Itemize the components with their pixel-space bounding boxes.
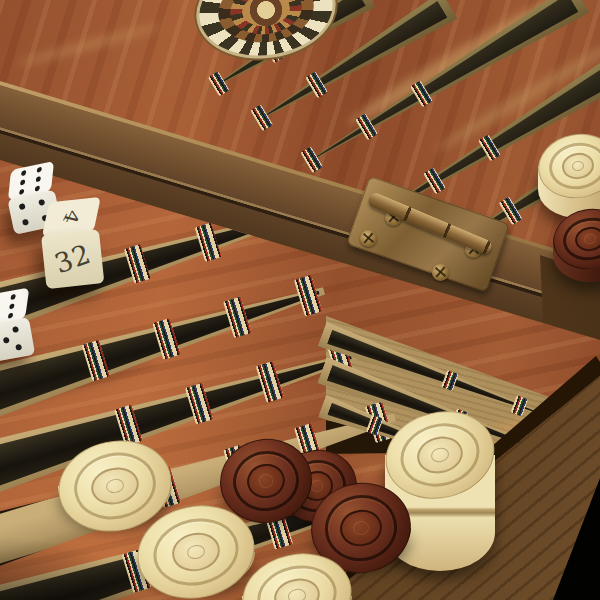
doubling-cube[interactable]: 432	[38, 197, 109, 289]
die-2[interactable]	[0, 288, 40, 366]
die-pip	[8, 312, 14, 318]
backgammon-photo: 432	[0, 0, 600, 600]
cube-front-face: 32	[41, 229, 104, 288]
die-pip	[19, 189, 24, 195]
die-pip	[15, 344, 22, 351]
die-front-face	[0, 317, 35, 363]
die-pip	[12, 326, 19, 333]
die-pip	[20, 179, 25, 185]
die-pip	[34, 185, 39, 191]
die-pip	[19, 203, 26, 210]
die-pip	[3, 337, 10, 344]
cube-top-number: 4	[57, 208, 85, 226]
cube-front-number: 32	[50, 238, 95, 280]
die-pip	[22, 219, 29, 226]
die-pip	[10, 293, 16, 299]
die-pip	[9, 303, 15, 309]
die-pip	[35, 176, 40, 182]
die-pip	[0, 348, 1, 355]
die-pip	[21, 170, 26, 176]
die-pip	[36, 167, 41, 173]
piece-layer: 432	[0, 0, 600, 600]
